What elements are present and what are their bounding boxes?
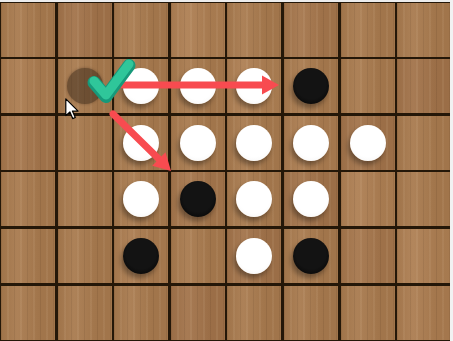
white-disc: [123, 125, 159, 161]
board-cell-r5c6[interactable]: [341, 286, 395, 340]
board-cell-r4c7[interactable]: [397, 229, 451, 283]
board-cell-r2c6[interactable]: [341, 116, 395, 170]
white-disc: [293, 125, 329, 161]
board-cell-r2c1[interactable]: [58, 116, 112, 170]
game-screen: [0, 0, 453, 341]
board-cell-r0c7[interactable]: [397, 3, 451, 57]
board-cell-r4c0[interactable]: [1, 229, 55, 283]
board-cell-r4c1[interactable]: [58, 229, 112, 283]
board-cell-r4c6[interactable]: [341, 229, 395, 283]
board-cell-r1c0[interactable]: [1, 59, 55, 113]
board-cell-r0c5[interactable]: [284, 3, 338, 57]
white-disc: [236, 68, 272, 104]
board-cell-r0c4[interactable]: [227, 3, 281, 57]
board-cell-r1c6[interactable]: [341, 59, 395, 113]
white-disc: [123, 68, 159, 104]
board-cell-r1c5[interactable]: [284, 59, 338, 113]
board-cell-r1c2[interactable]: [114, 59, 168, 113]
board-cell-r2c0[interactable]: [1, 116, 55, 170]
board-cell-r5c4[interactable]: [227, 286, 281, 340]
board-cell-r2c3[interactable]: [171, 116, 225, 170]
screen-edge-top: [0, 0, 453, 2]
white-disc: [236, 181, 272, 217]
board-cell-r3c6[interactable]: [341, 172, 395, 226]
white-disc: [236, 125, 272, 161]
white-disc: [293, 181, 329, 217]
board-cell-r5c5[interactable]: [284, 286, 338, 340]
board-cell-r0c3[interactable]: [171, 3, 225, 57]
white-disc: [123, 181, 159, 217]
board-cell-r4c3[interactable]: [171, 229, 225, 283]
black-disc: [180, 181, 216, 217]
board-cell-r0c0[interactable]: [1, 3, 55, 57]
board-cell-r3c2[interactable]: [114, 172, 168, 226]
othello-board: [0, 0, 451, 340]
board-cell-r3c7[interactable]: [397, 172, 451, 226]
board-cell-r2c5[interactable]: [284, 116, 338, 170]
board-cell-r0c6[interactable]: [341, 3, 395, 57]
board-cell-r3c1[interactable]: [58, 172, 112, 226]
board-cell-r1c7[interactable]: [397, 59, 451, 113]
black-disc: [293, 238, 329, 274]
ghost-move-preview: [67, 68, 103, 104]
board-cell-r4c5[interactable]: [284, 229, 338, 283]
board-cell-r1c1[interactable]: [58, 59, 112, 113]
board-cell-r4c4[interactable]: [227, 229, 281, 283]
board-cell-r1c4[interactable]: [227, 59, 281, 113]
board-cell-r0c2[interactable]: [114, 3, 168, 57]
white-disc: [180, 68, 216, 104]
board-cell-r3c4[interactable]: [227, 172, 281, 226]
board-cell-r1c3[interactable]: [171, 59, 225, 113]
board-cell-r5c1[interactable]: [58, 286, 112, 340]
white-disc: [350, 125, 386, 161]
board-cell-r3c5[interactable]: [284, 172, 338, 226]
board-cell-r2c2[interactable]: [114, 116, 168, 170]
board-cell-r2c7[interactable]: [397, 116, 451, 170]
white-disc: [236, 238, 272, 274]
board-cell-r3c0[interactable]: [1, 172, 55, 226]
board-cell-r5c0[interactable]: [1, 286, 55, 340]
board-cell-r2c4[interactable]: [227, 116, 281, 170]
board-cell-r5c3[interactable]: [171, 286, 225, 340]
board-cell-r5c2[interactable]: [114, 286, 168, 340]
board-cell-r0c1[interactable]: [58, 3, 112, 57]
board-cell-r3c3[interactable]: [171, 172, 225, 226]
board-cell-r5c7[interactable]: [397, 286, 451, 340]
white-disc: [180, 125, 216, 161]
black-disc: [123, 238, 159, 274]
black-disc: [293, 68, 329, 104]
board-cell-r4c2[interactable]: [114, 229, 168, 283]
